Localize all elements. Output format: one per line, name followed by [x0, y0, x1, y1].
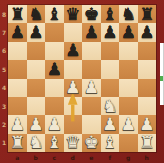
- rank-label-3: 3: [0, 97, 8, 115]
- piece-black-pawn[interactable]: ♟: [28, 24, 43, 41]
- square-b8[interactable]: ♞: [27, 5, 46, 23]
- square-g2[interactable]: ♟: [119, 115, 138, 133]
- square-f8[interactable]: ♝: [101, 5, 120, 23]
- piece-black-pawn[interactable]: ♟: [10, 24, 25, 41]
- square-f4[interactable]: [101, 79, 120, 97]
- piece-black-king[interactable]: ♚: [84, 6, 99, 23]
- file-labels: abcdefgh: [8, 152, 156, 163]
- file-label-d: d: [64, 152, 83, 163]
- rank-label-8: 8: [0, 5, 8, 23]
- square-g6[interactable]: [119, 42, 138, 60]
- square-h3[interactable]: [138, 97, 157, 115]
- rank-label-2: 2: [0, 115, 8, 133]
- square-b4[interactable]: [27, 79, 46, 97]
- square-h1[interactable]: ♜: [138, 134, 157, 152]
- file-label-h: h: [138, 152, 157, 163]
- piece-white-pawn[interactable]: ♟: [28, 116, 43, 133]
- square-e8[interactable]: ♚: [82, 5, 101, 23]
- rank-label-5: 5: [0, 60, 8, 78]
- piece-white-queen[interactable]: ♛: [65, 134, 80, 151]
- square-g7[interactable]: ♟: [119, 23, 138, 41]
- square-b1[interactable]: ♞: [27, 134, 46, 152]
- scrollbar-thumb[interactable]: [160, 76, 163, 81]
- square-f3[interactable]: ♞: [101, 97, 120, 115]
- square-a8[interactable]: ♜: [8, 5, 27, 23]
- square-f1[interactable]: ♝: [101, 134, 120, 152]
- rank-label-7: 7: [0, 23, 8, 41]
- file-label-e: e: [82, 152, 101, 163]
- side-scrollbar[interactable]: [160, 43, 164, 105]
- square-a2[interactable]: ♟: [8, 115, 27, 133]
- piece-black-rook[interactable]: ♜: [10, 6, 25, 23]
- square-b7[interactable]: ♟: [27, 23, 46, 41]
- square-g5[interactable]: [119, 60, 138, 78]
- piece-black-bishop[interactable]: ♝: [102, 6, 117, 23]
- piece-white-bishop[interactable]: ♝: [47, 134, 62, 151]
- square-c1[interactable]: ♝: [45, 134, 64, 152]
- piece-white-pawn[interactable]: ♟: [10, 116, 25, 133]
- piece-white-bishop[interactable]: ♝: [102, 134, 117, 151]
- square-h7[interactable]: ♟: [138, 23, 157, 41]
- square-a4[interactable]: [8, 79, 27, 97]
- rank-labels: 87654321: [0, 5, 8, 152]
- square-h4[interactable]: [138, 79, 157, 97]
- square-f6[interactable]: [101, 42, 120, 60]
- square-h2[interactable]: ♟: [138, 115, 157, 133]
- piece-white-pawn[interactable]: ♟: [84, 79, 99, 96]
- piece-black-knight[interactable]: ♞: [28, 6, 43, 23]
- square-d2[interactable]: [64, 115, 83, 133]
- square-a1[interactable]: ♜: [8, 134, 27, 152]
- square-e2[interactable]: [82, 115, 101, 133]
- square-d8[interactable]: ♛: [64, 5, 83, 23]
- square-b6[interactable]: [27, 42, 46, 60]
- square-c4[interactable]: [45, 79, 64, 97]
- piece-black-pawn[interactable]: ♟: [65, 42, 80, 59]
- square-e3[interactable]: [82, 97, 101, 115]
- square-d1[interactable]: ♛: [64, 134, 83, 152]
- piece-white-rook[interactable]: ♜: [10, 134, 25, 151]
- piece-white-king[interactable]: ♚: [84, 134, 99, 151]
- square-e1[interactable]: ♚: [82, 134, 101, 152]
- square-c6[interactable]: [45, 42, 64, 60]
- piece-white-pawn[interactable]: ♟: [121, 116, 136, 133]
- piece-white-pawn[interactable]: ♟: [47, 116, 62, 133]
- square-g4[interactable]: [119, 79, 138, 97]
- chess-board-panel: 87654321 abcdefgh ♜♞♝♛♚♝♞♜♟♟♟♟♟♟♟♟♟♟♞♟♟♟…: [0, 0, 164, 163]
- piece-black-pawn[interactable]: ♟: [102, 24, 117, 41]
- square-c8[interactable]: ♝: [45, 5, 64, 23]
- square-d7[interactable]: [64, 23, 83, 41]
- rank-label-6: 6: [0, 42, 8, 60]
- file-label-f: f: [101, 152, 120, 163]
- piece-black-queen[interactable]: ♛: [65, 6, 80, 23]
- piece-black-pawn[interactable]: ♟: [121, 24, 136, 41]
- square-c7[interactable]: [45, 23, 64, 41]
- piece-black-pawn[interactable]: ♟: [139, 24, 154, 41]
- piece-white-pawn[interactable]: ♟: [139, 116, 154, 133]
- piece-black-pawn[interactable]: ♟: [47, 61, 62, 78]
- square-b2[interactable]: ♟: [27, 115, 46, 133]
- square-a3[interactable]: [8, 97, 27, 115]
- square-d6[interactable]: ♟: [64, 42, 83, 60]
- piece-black-pawn[interactable]: ♟: [84, 24, 99, 41]
- square-f7[interactable]: ♟: [101, 23, 120, 41]
- chess-board[interactable]: ♜♞♝♛♚♝♞♜♟♟♟♟♟♟♟♟♟♟♞♟♟♟♟♟♟♜♞♝♛♚♝♜: [8, 5, 156, 152]
- square-f5[interactable]: [101, 60, 120, 78]
- piece-white-knight[interactable]: ♞: [102, 98, 117, 115]
- square-b3[interactable]: [27, 97, 46, 115]
- square-h6[interactable]: [138, 42, 157, 60]
- square-f2[interactable]: ♟: [101, 115, 120, 133]
- rank-label-4: 4: [0, 79, 8, 97]
- piece-black-knight[interactable]: ♞: [121, 6, 136, 23]
- square-e4[interactable]: ♟: [82, 79, 101, 97]
- square-g8[interactable]: ♞: [119, 5, 138, 23]
- square-c3[interactable]: [45, 97, 64, 115]
- square-h5[interactable]: [138, 60, 157, 78]
- square-b5[interactable]: [27, 60, 46, 78]
- square-e6[interactable]: [82, 42, 101, 60]
- piece-white-pawn[interactable]: ♟: [65, 79, 80, 96]
- square-c5[interactable]: ♟: [45, 60, 64, 78]
- piece-black-bishop[interactable]: ♝: [47, 6, 62, 23]
- piece-white-knight[interactable]: ♞: [28, 134, 43, 151]
- square-d5[interactable]: [64, 60, 83, 78]
- piece-white-rook[interactable]: ♜: [139, 134, 154, 151]
- file-label-a: a: [8, 152, 27, 163]
- square-e7[interactable]: ♟: [82, 23, 101, 41]
- square-g3[interactable]: [119, 97, 138, 115]
- piece-black-rook[interactable]: ♜: [139, 6, 154, 23]
- file-label-g: g: [119, 152, 138, 163]
- square-g1[interactable]: [119, 134, 138, 152]
- square-e5[interactable]: [82, 60, 101, 78]
- rank-label-1: 1: [0, 134, 8, 152]
- file-label-c: c: [45, 152, 64, 163]
- square-h8[interactable]: ♜: [138, 5, 157, 23]
- square-d3[interactable]: [64, 97, 83, 115]
- square-c2[interactable]: ♟: [45, 115, 64, 133]
- square-d4[interactable]: ♟: [64, 79, 83, 97]
- square-a6[interactable]: [8, 42, 27, 60]
- square-a5[interactable]: [8, 60, 27, 78]
- file-label-b: b: [27, 152, 46, 163]
- square-a7[interactable]: ♟: [8, 23, 27, 41]
- piece-white-pawn[interactable]: ♟: [102, 116, 117, 133]
